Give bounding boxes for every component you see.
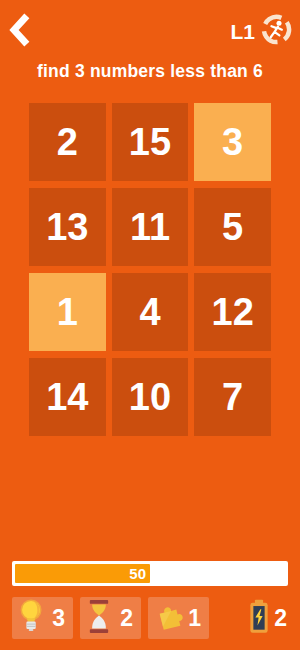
game-screen: L1 find 3 numbers less than 6 2153131151… [0,0,300,650]
lightbulb-icon [19,599,45,637]
back-button[interactable] [8,12,36,50]
grid-tile-7[interactable]: 7 [194,358,271,436]
back-chevron-icon [8,12,32,51]
instruction-text: find 3 numbers less than 6 [0,61,300,82]
grid-tile-11[interactable]: 11 [112,188,189,266]
progress-value: 50 [129,566,146,581]
grid-tile-3[interactable]: 3 [194,103,271,181]
energy-counter: 2 [249,599,288,638]
grid-tile-5[interactable]: 5 [194,188,271,266]
extra-time-powerup-button[interactable]: 2 [80,597,141,639]
hint-powerup-button[interactable]: 3 [12,597,73,639]
number-grid: 215313115141214107 [29,103,271,436]
grid-tile-2[interactable]: 2 [29,103,106,181]
powerups-bar: 3 2 1 [12,597,288,639]
energy-count: 2 [274,607,287,630]
skip-powerup-button[interactable]: 1 [148,597,209,639]
puzzle-piece-icon [155,601,187,635]
hint-count: 3 [52,607,65,630]
grid-tile-10[interactable]: 10 [112,358,189,436]
extra-time-count: 2 [120,607,133,630]
runner-badge-icon[interactable] [261,14,292,49]
battery-icon [249,599,269,638]
grid-tile-4[interactable]: 4 [112,273,189,351]
grid-tile-14[interactable]: 14 [29,358,106,436]
skip-count: 1 [188,607,201,630]
header-right: L1 [230,14,292,49]
grid-tile-1[interactable]: 1 [29,273,106,351]
hourglass-icon [87,600,111,637]
grid-tile-15[interactable]: 15 [112,103,189,181]
progress-bar: 50 [12,561,288,586]
header-bar: L1 [0,0,300,54]
grid-tile-13[interactable]: 13 [29,188,106,266]
grid-tile-12[interactable]: 12 [194,273,271,351]
level-label: L1 [230,21,255,42]
progress-fill: 50 [15,564,150,583]
